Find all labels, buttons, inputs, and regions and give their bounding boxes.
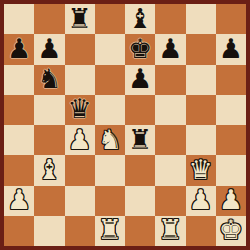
square-e3[interactable] (125, 155, 155, 185)
square-f4[interactable] (155, 125, 185, 155)
black-king-e7[interactable]: ♚ (128, 35, 152, 62)
square-d8[interactable] (95, 4, 125, 34)
square-g5[interactable] (186, 95, 216, 125)
square-a1[interactable] (4, 216, 34, 246)
square-f8[interactable] (155, 4, 185, 34)
square-b8[interactable] (34, 4, 64, 34)
square-e5[interactable] (125, 95, 155, 125)
square-c5[interactable]: ♛ (65, 95, 95, 125)
square-b3[interactable]: ♝ (34, 155, 64, 185)
black-bishop-e8[interactable]: ♝ (128, 5, 152, 32)
square-e8[interactable]: ♝ (125, 4, 155, 34)
white-bishop-b3[interactable]: ♝ (37, 156, 61, 183)
square-d3[interactable] (95, 155, 125, 185)
square-c8[interactable]: ♜ (65, 4, 95, 34)
black-rook-c8[interactable]: ♜ (68, 5, 92, 32)
square-h3[interactable] (216, 155, 246, 185)
square-g7[interactable] (186, 34, 216, 64)
square-b6[interactable]: ♞ (34, 65, 64, 95)
square-f3[interactable] (155, 155, 185, 185)
square-c4[interactable]: ♟ (65, 125, 95, 155)
white-knight-d4[interactable]: ♞ (98, 126, 122, 153)
square-h6[interactable] (216, 65, 246, 95)
square-a2[interactable]: ♟ (4, 186, 34, 216)
square-h2[interactable]: ♟ (216, 186, 246, 216)
square-g4[interactable] (186, 125, 216, 155)
square-d6[interactable] (95, 65, 125, 95)
square-b7[interactable]: ♟ (34, 34, 64, 64)
square-g3[interactable]: ♛ (186, 155, 216, 185)
white-rook-d1[interactable]: ♜ (98, 216, 122, 243)
square-f7[interactable]: ♟ (155, 34, 185, 64)
square-d4[interactable]: ♞ (95, 125, 125, 155)
square-d5[interactable] (95, 95, 125, 125)
square-c6[interactable] (65, 65, 95, 95)
square-h5[interactable] (216, 95, 246, 125)
square-e7[interactable]: ♚ (125, 34, 155, 64)
square-f5[interactable] (155, 95, 185, 125)
square-d2[interactable] (95, 186, 125, 216)
white-pawn-c4[interactable]: ♟ (68, 126, 92, 153)
black-knight-b6[interactable]: ♞ (37, 65, 61, 92)
square-f6[interactable] (155, 65, 185, 95)
square-g8[interactable] (186, 4, 216, 34)
square-e1[interactable] (125, 216, 155, 246)
square-g6[interactable] (186, 65, 216, 95)
square-a7[interactable]: ♟ (4, 34, 34, 64)
square-g1[interactable] (186, 216, 216, 246)
black-pawn-e6[interactable]: ♟ (128, 65, 152, 92)
chess-board: ♜♝♟♟♚♟♟♞♟♛♟♞♜♝♛♟♟♟♜♜♚ (4, 4, 246, 246)
square-e2[interactable] (125, 186, 155, 216)
square-h8[interactable] (216, 4, 246, 34)
square-c3[interactable] (65, 155, 95, 185)
black-queen-c5[interactable]: ♛ (68, 95, 92, 122)
square-e6[interactable]: ♟ (125, 65, 155, 95)
white-pawn-a2[interactable]: ♟ (7, 186, 31, 213)
white-pawn-g2[interactable]: ♟ (189, 186, 213, 213)
square-d1[interactable]: ♜ (95, 216, 125, 246)
white-rook-f1[interactable]: ♜ (158, 216, 182, 243)
square-h4[interactable] (216, 125, 246, 155)
square-b4[interactable] (34, 125, 64, 155)
black-rook-e4[interactable]: ♜ (128, 126, 152, 153)
square-g2[interactable]: ♟ (186, 186, 216, 216)
square-f2[interactable] (155, 186, 185, 216)
square-c1[interactable] (65, 216, 95, 246)
square-a6[interactable] (4, 65, 34, 95)
square-c7[interactable] (65, 34, 95, 64)
square-a4[interactable] (4, 125, 34, 155)
square-b2[interactable] (34, 186, 64, 216)
white-queen-g3[interactable]: ♛ (189, 156, 213, 183)
square-b5[interactable] (34, 95, 64, 125)
square-d7[interactable] (95, 34, 125, 64)
chess-board-frame: ♜♝♟♟♚♟♟♞♟♛♟♞♜♝♛♟♟♟♜♜♚ (0, 0, 250, 250)
black-pawn-b7[interactable]: ♟ (37, 35, 61, 62)
square-h1[interactable]: ♚ (216, 216, 246, 246)
square-h7[interactable]: ♟ (216, 34, 246, 64)
square-a3[interactable] (4, 155, 34, 185)
black-pawn-f7[interactable]: ♟ (158, 35, 182, 62)
black-pawn-h7[interactable]: ♟ (219, 35, 243, 62)
square-a5[interactable] (4, 95, 34, 125)
black-pawn-a7[interactable]: ♟ (7, 35, 31, 62)
square-a8[interactable] (4, 4, 34, 34)
square-c2[interactable] (65, 186, 95, 216)
white-pawn-h2[interactable]: ♟ (219, 186, 243, 213)
white-king-h1[interactable]: ♚ (219, 216, 243, 243)
square-f1[interactable]: ♜ (155, 216, 185, 246)
square-b1[interactable] (34, 216, 64, 246)
square-e4[interactable]: ♜ (125, 125, 155, 155)
